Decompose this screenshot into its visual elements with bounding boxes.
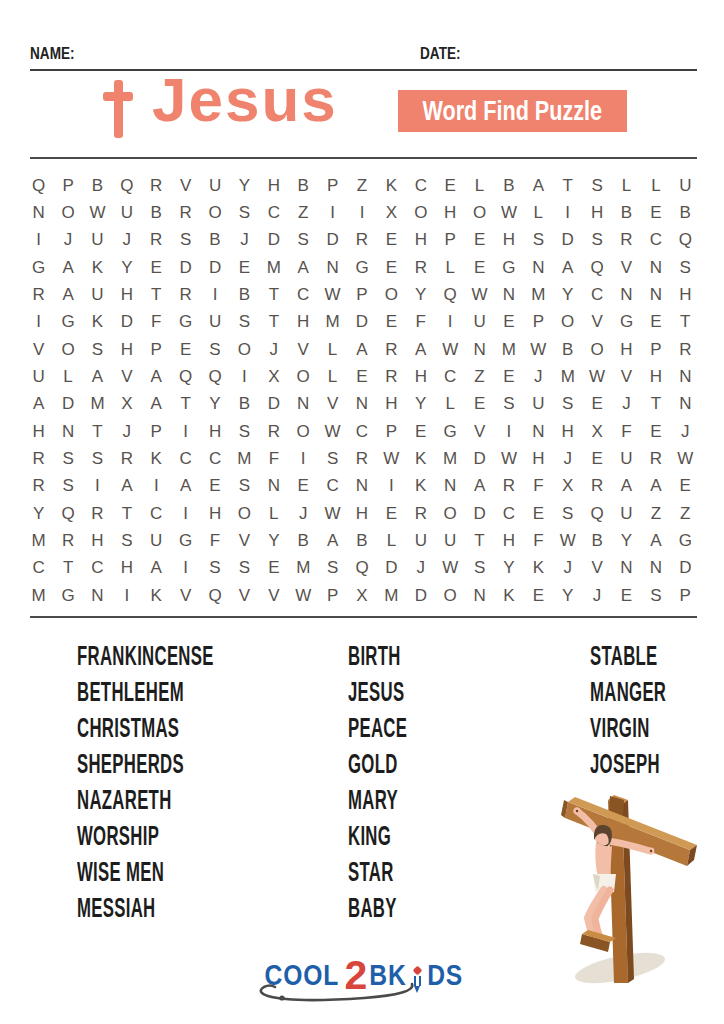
grid-cell[interactable]: G <box>53 309 82 336</box>
grid-cell[interactable]: V <box>289 336 318 363</box>
grid-cell[interactable]: E <box>465 227 494 254</box>
grid-cell[interactable]: J <box>259 336 288 363</box>
grid-cell[interactable]: O <box>465 199 494 226</box>
grid-cell[interactable]: O <box>200 199 229 226</box>
grid-cell[interactable]: B <box>83 172 112 199</box>
grid-cell[interactable]: J <box>612 391 641 418</box>
word-list-item[interactable]: JESUS <box>348 674 444 710</box>
grid-cell[interactable]: B <box>230 281 259 308</box>
grid-cell[interactable]: G <box>612 309 641 336</box>
grid-cell[interactable]: A <box>641 473 670 500</box>
grid-cell[interactable]: P <box>142 336 171 363</box>
grid-cell[interactable]: Q <box>200 582 229 609</box>
grid-cell[interactable]: G <box>24 254 53 281</box>
grid-cell[interactable]: I <box>230 363 259 390</box>
grid-cell[interactable]: B <box>200 227 229 254</box>
grid-cell[interactable]: H <box>582 199 611 226</box>
grid-cell[interactable]: F <box>259 445 288 472</box>
grid-cell[interactable]: V <box>259 582 288 609</box>
grid-cell[interactable]: E <box>347 363 376 390</box>
grid-cell[interactable]: T <box>259 309 288 336</box>
grid-cell[interactable]: U <box>612 500 641 527</box>
grid-cell[interactable]: D <box>53 391 82 418</box>
grid-cell[interactable]: A <box>171 473 200 500</box>
grid-cell[interactable]: O <box>435 500 464 527</box>
grid-cell[interactable]: C <box>641 227 670 254</box>
grid-cell[interactable]: V <box>24 336 53 363</box>
grid-cell[interactable]: R <box>406 254 435 281</box>
grid-cell[interactable]: E <box>377 227 406 254</box>
grid-cell[interactable]: E <box>406 418 435 445</box>
grid-cell[interactable]: Q <box>200 363 229 390</box>
grid-cell[interactable]: N <box>289 391 318 418</box>
grid-cell[interactable]: S <box>83 336 112 363</box>
grid-cell[interactable]: E <box>230 254 259 281</box>
grid-cell[interactable]: S <box>465 555 494 582</box>
grid-cell[interactable]: D <box>259 391 288 418</box>
grid-cell[interactable]: U <box>612 445 641 472</box>
word-list-item[interactable]: MARY <box>348 782 444 818</box>
grid-cell[interactable]: A <box>142 363 171 390</box>
grid-cell[interactable]: D <box>377 555 406 582</box>
grid-cell[interactable]: U <box>112 199 141 226</box>
grid-cell[interactable]: M <box>289 555 318 582</box>
grid-cell[interactable]: E <box>641 309 670 336</box>
grid-cell[interactable]: I <box>347 199 376 226</box>
grid-cell[interactable]: Y <box>406 281 435 308</box>
grid-cell[interactable]: I <box>377 473 406 500</box>
grid-cell[interactable]: R <box>582 473 611 500</box>
grid-cell[interactable]: V <box>171 172 200 199</box>
grid-cell[interactable]: O <box>53 336 82 363</box>
grid-cell[interactable]: U <box>524 391 553 418</box>
grid-cell[interactable]: X <box>347 582 376 609</box>
grid-cell[interactable]: R <box>112 445 141 472</box>
grid-cell[interactable]: E <box>465 391 494 418</box>
grid-cell[interactable]: V <box>582 309 611 336</box>
grid-cell[interactable]: K <box>83 254 112 281</box>
grid-cell[interactable]: N <box>53 418 82 445</box>
grid-cell[interactable]: S <box>230 309 259 336</box>
grid-cell[interactable]: E <box>494 363 523 390</box>
grid-cell[interactable]: R <box>171 199 200 226</box>
grid-cell[interactable]: N <box>641 254 670 281</box>
grid-cell[interactable]: O <box>377 281 406 308</box>
grid-cell[interactable]: H <box>83 527 112 554</box>
grid-cell[interactable]: D <box>406 582 435 609</box>
grid-cell[interactable]: S <box>53 445 82 472</box>
grid-cell[interactable]: I <box>83 473 112 500</box>
grid-cell[interactable]: Q <box>582 254 611 281</box>
grid-cell[interactable]: R <box>406 500 435 527</box>
grid-cell[interactable]: D <box>671 555 700 582</box>
grid-cell[interactable]: R <box>347 445 376 472</box>
grid-cell[interactable]: T <box>259 281 288 308</box>
grid-cell[interactable]: V <box>230 527 259 554</box>
grid-cell[interactable]: W <box>582 363 611 390</box>
grid-cell[interactable]: Z <box>641 500 670 527</box>
grid-cell[interactable]: I <box>24 309 53 336</box>
grid-cell[interactable]: M <box>230 445 259 472</box>
grid-cell[interactable]: S <box>553 391 582 418</box>
word-list-item[interactable]: MANGER <box>590 674 713 710</box>
grid-cell[interactable]: G <box>435 418 464 445</box>
grid-cell[interactable]: H <box>112 281 141 308</box>
grid-cell[interactable]: C <box>24 555 53 582</box>
word-list-item[interactable]: KING <box>348 818 444 854</box>
grid-cell[interactable]: R <box>83 500 112 527</box>
word-list-item[interactable]: VIRGIN <box>590 710 713 746</box>
grid-cell[interactable]: Z <box>465 363 494 390</box>
grid-cell[interactable]: W <box>524 336 553 363</box>
grid-cell[interactable]: N <box>465 582 494 609</box>
grid-cell[interactable]: A <box>289 254 318 281</box>
grid-cell[interactable]: I <box>553 199 582 226</box>
grid-cell[interactable]: H <box>406 227 435 254</box>
grid-cell[interactable]: U <box>465 309 494 336</box>
grid-cell[interactable]: N <box>347 473 376 500</box>
grid-cell[interactable]: G <box>53 582 82 609</box>
grid-cell[interactable]: A <box>83 363 112 390</box>
grid-cell[interactable]: S <box>83 445 112 472</box>
grid-cell[interactable]: R <box>53 527 82 554</box>
grid-cell[interactable]: A <box>524 172 553 199</box>
grid-cell[interactable]: O <box>289 363 318 390</box>
grid-cell[interactable]: E <box>171 336 200 363</box>
grid-cell[interactable]: B <box>494 172 523 199</box>
grid-cell[interactable]: A <box>347 336 376 363</box>
grid-cell[interactable]: T <box>142 281 171 308</box>
word-list-item[interactable]: PEACE <box>348 710 444 746</box>
grid-cell[interactable]: P <box>524 309 553 336</box>
grid-cell[interactable]: Q <box>53 500 82 527</box>
grid-cell[interactable]: V <box>112 363 141 390</box>
grid-cell[interactable]: M <box>24 582 53 609</box>
grid-cell[interactable]: G <box>171 309 200 336</box>
grid-cell[interactable]: O <box>230 500 259 527</box>
grid-cell[interactable]: R <box>171 281 200 308</box>
grid-cell[interactable]: E <box>377 309 406 336</box>
grid-cell[interactable]: F <box>612 418 641 445</box>
grid-cell[interactable]: T <box>671 309 700 336</box>
grid-cell[interactable]: U <box>83 281 112 308</box>
word-list-item[interactable]: STAR <box>348 854 444 890</box>
grid-cell[interactable]: Y <box>612 527 641 554</box>
grid-cell[interactable]: A <box>641 527 670 554</box>
grid-cell[interactable]: B <box>553 336 582 363</box>
grid-cell[interactable]: X <box>112 391 141 418</box>
grid-cell[interactable]: E <box>582 445 611 472</box>
grid-cell[interactable]: I <box>200 281 229 308</box>
grid-cell[interactable]: Y <box>494 555 523 582</box>
grid-cell[interactable]: D <box>465 445 494 472</box>
grid-cell[interactable]: U <box>200 172 229 199</box>
grid-cell[interactable]: I <box>289 445 318 472</box>
grid-cell[interactable]: W <box>377 445 406 472</box>
grid-cell[interactable]: P <box>435 227 464 254</box>
grid-cell[interactable]: R <box>377 336 406 363</box>
grid-cell[interactable]: W <box>435 336 464 363</box>
grid-cell[interactable]: T <box>171 391 200 418</box>
grid-cell[interactable]: X <box>377 199 406 226</box>
grid-cell[interactable]: A <box>612 473 641 500</box>
word-list-item[interactable]: GOLD <box>348 746 444 782</box>
grid-cell[interactable]: X <box>553 473 582 500</box>
grid-cell[interactable]: Q <box>435 281 464 308</box>
grid-cell[interactable]: S <box>230 199 259 226</box>
grid-cell[interactable]: U <box>83 227 112 254</box>
grid-cell[interactable]: V <box>171 582 200 609</box>
grid-cell[interactable]: E <box>377 254 406 281</box>
grid-cell[interactable]: P <box>671 582 700 609</box>
grid-cell[interactable]: S <box>200 555 229 582</box>
grid-cell[interactable]: W <box>494 445 523 472</box>
grid-cell[interactable]: P <box>377 418 406 445</box>
grid-cell[interactable]: Q <box>24 172 53 199</box>
grid-cell[interactable]: U <box>142 527 171 554</box>
grid-cell[interactable]: P <box>142 418 171 445</box>
grid-cell[interactable]: E <box>142 254 171 281</box>
grid-cell[interactable]: W <box>318 500 347 527</box>
grid-cell[interactable]: Q <box>171 363 200 390</box>
grid-cell[interactable]: J <box>671 418 700 445</box>
grid-cell[interactable]: R <box>671 336 700 363</box>
grid-cell[interactable]: J <box>289 500 318 527</box>
grid-cell[interactable]: C <box>259 199 288 226</box>
grid-cell[interactable]: N <box>24 199 53 226</box>
word-list-item[interactable]: CHRISTMAS <box>77 710 298 746</box>
grid-cell[interactable]: K <box>406 473 435 500</box>
grid-cell[interactable]: I <box>171 418 200 445</box>
grid-cell[interactable]: A <box>142 555 171 582</box>
grid-cell[interactable]: M <box>24 527 53 554</box>
grid-cell[interactable]: E <box>524 582 553 609</box>
grid-cell[interactable]: T <box>641 391 670 418</box>
grid-cell[interactable]: H <box>112 336 141 363</box>
grid-cell[interactable]: B <box>289 527 318 554</box>
grid-cell[interactable]: E <box>377 500 406 527</box>
grid-cell[interactable]: Z <box>671 500 700 527</box>
grid-cell[interactable]: E <box>582 391 611 418</box>
grid-cell[interactable]: H <box>24 418 53 445</box>
grid-cell[interactable]: G <box>494 254 523 281</box>
grid-cell[interactable]: T <box>465 527 494 554</box>
grid-cell[interactable]: U <box>671 172 700 199</box>
grid-cell[interactable]: Z <box>289 199 318 226</box>
grid-cell[interactable]: O <box>553 309 582 336</box>
grid-cell[interactable]: V <box>318 391 347 418</box>
grid-cell[interactable]: H <box>641 363 670 390</box>
grid-cell[interactable]: N <box>612 281 641 308</box>
grid-cell[interactable]: S <box>230 418 259 445</box>
grid-cell[interactable]: B <box>347 527 376 554</box>
grid-cell[interactable]: H <box>259 172 288 199</box>
grid-cell[interactable]: N <box>318 254 347 281</box>
grid-cell[interactable]: H <box>200 418 229 445</box>
grid-cell[interactable]: X <box>259 363 288 390</box>
grid-cell[interactable]: D <box>553 227 582 254</box>
grid-cell[interactable]: Q <box>112 172 141 199</box>
grid-cell[interactable]: J <box>53 227 82 254</box>
grid-cell[interactable]: D <box>318 227 347 254</box>
grid-cell[interactable]: L <box>53 363 82 390</box>
grid-cell[interactable]: H <box>347 500 376 527</box>
grid-cell[interactable]: H <box>553 418 582 445</box>
grid-cell[interactable]: G <box>347 254 376 281</box>
grid-cell[interactable]: K <box>524 555 553 582</box>
grid-cell[interactable]: L <box>641 172 670 199</box>
grid-cell[interactable]: S <box>230 555 259 582</box>
grid-cell[interactable]: C <box>582 281 611 308</box>
grid-cell[interactable]: L <box>435 391 464 418</box>
grid-cell[interactable]: N <box>494 281 523 308</box>
grid-cell[interactable]: C <box>435 363 464 390</box>
grid-cell[interactable]: N <box>641 281 670 308</box>
grid-cell[interactable]: I <box>142 473 171 500</box>
grid-cell[interactable]: O <box>230 336 259 363</box>
grid-cell[interactable]: H <box>612 336 641 363</box>
grid-cell[interactable]: R <box>494 473 523 500</box>
grid-cell[interactable]: E <box>641 199 670 226</box>
grid-cell[interactable]: U <box>406 527 435 554</box>
grid-cell[interactable]: C <box>347 418 376 445</box>
word-list-item[interactable]: WISE MEN <box>77 854 298 890</box>
grid-cell[interactable]: Y <box>230 172 259 199</box>
grid-cell[interactable]: W <box>318 281 347 308</box>
grid-cell[interactable]: M <box>83 391 112 418</box>
grid-cell[interactable]: E <box>524 500 553 527</box>
grid-cell[interactable]: L <box>435 254 464 281</box>
word-list-item[interactable]: JOSEPH <box>590 746 713 782</box>
grid-cell[interactable]: A <box>53 281 82 308</box>
grid-cell[interactable]: Q <box>347 555 376 582</box>
grid-cell[interactable]: O <box>435 582 464 609</box>
grid-cell[interactable]: H <box>377 391 406 418</box>
grid-cell[interactable]: R <box>24 281 53 308</box>
grid-cell[interactable]: Z <box>347 172 376 199</box>
grid-cell[interactable]: H <box>289 309 318 336</box>
grid-cell[interactable]: H <box>406 363 435 390</box>
grid-cell[interactable]: G <box>171 527 200 554</box>
grid-cell[interactable]: W <box>83 199 112 226</box>
grid-cell[interactable]: T <box>112 500 141 527</box>
grid-cell[interactable]: U <box>200 309 229 336</box>
grid-cell[interactable]: F <box>524 473 553 500</box>
grid-cell[interactable]: O <box>53 199 82 226</box>
grid-cell[interactable]: L <box>318 336 347 363</box>
grid-cell[interactable]: I <box>171 555 200 582</box>
grid-cell[interactable]: N <box>612 555 641 582</box>
grid-cell[interactable]: W <box>435 555 464 582</box>
grid-cell[interactable]: S <box>582 172 611 199</box>
grid-cell[interactable]: N <box>259 473 288 500</box>
grid-cell[interactable]: C <box>200 445 229 472</box>
word-list-item[interactable]: FRANKINCENSE <box>77 638 298 674</box>
grid-cell[interactable]: S <box>494 391 523 418</box>
grid-cell[interactable]: P <box>318 172 347 199</box>
grid-cell[interactable]: C <box>289 281 318 308</box>
grid-cell[interactable]: J <box>230 227 259 254</box>
grid-cell[interactable]: B <box>671 199 700 226</box>
grid-cell[interactable]: N <box>524 418 553 445</box>
grid-cell[interactable]: K <box>494 582 523 609</box>
grid-cell[interactable]: G <box>671 527 700 554</box>
grid-cell[interactable]: W <box>553 527 582 554</box>
grid-cell[interactable]: R <box>641 445 670 472</box>
grid-cell[interactable]: R <box>24 473 53 500</box>
grid-cell[interactable]: B <box>612 199 641 226</box>
grid-cell[interactable]: Q <box>582 500 611 527</box>
grid-cell[interactable]: P <box>53 172 82 199</box>
grid-cell[interactable]: E <box>435 172 464 199</box>
grid-cell[interactable]: Y <box>406 391 435 418</box>
grid-cell[interactable]: K <box>142 445 171 472</box>
grid-cell[interactable]: T <box>53 555 82 582</box>
grid-cell[interactable]: R <box>377 363 406 390</box>
grid-cell[interactable]: N <box>347 391 376 418</box>
grid-cell[interactable]: P <box>641 336 670 363</box>
grid-cell[interactable]: S <box>171 227 200 254</box>
grid-cell[interactable]: N <box>465 336 494 363</box>
word-list-item[interactable]: BIRTH <box>348 638 444 674</box>
grid-cell[interactable]: L <box>612 172 641 199</box>
grid-cell[interactable]: H <box>671 281 700 308</box>
grid-cell[interactable]: S <box>553 500 582 527</box>
grid-cell[interactable]: R <box>347 227 376 254</box>
grid-cell[interactable]: H <box>200 500 229 527</box>
grid-cell[interactable]: J <box>582 582 611 609</box>
grid-cell[interactable]: E <box>641 418 670 445</box>
grid-cell[interactable]: L <box>524 199 553 226</box>
grid-cell[interactable]: E <box>259 555 288 582</box>
grid-cell[interactable]: C <box>83 555 112 582</box>
grid-cell[interactable]: X <box>582 418 611 445</box>
grid-cell[interactable]: J <box>553 555 582 582</box>
grid-cell[interactable]: S <box>318 555 347 582</box>
grid-cell[interactable]: V <box>612 254 641 281</box>
grid-cell[interactable]: U <box>24 363 53 390</box>
grid-cell[interactable]: W <box>494 199 523 226</box>
grid-cell[interactable]: Y <box>112 254 141 281</box>
grid-cell[interactable]: S <box>641 582 670 609</box>
grid-cell[interactable]: B <box>582 527 611 554</box>
grid-cell[interactable]: M <box>435 445 464 472</box>
grid-cell[interactable]: L <box>259 500 288 527</box>
grid-cell[interactable]: N <box>641 555 670 582</box>
grid-cell[interactable]: T <box>553 172 582 199</box>
grid-cell[interactable]: J <box>112 418 141 445</box>
grid-cell[interactable]: Y <box>553 281 582 308</box>
grid-cell[interactable]: S <box>53 473 82 500</box>
grid-cell[interactable]: E <box>612 582 641 609</box>
grid-cell[interactable]: I <box>435 309 464 336</box>
word-list-item[interactable]: SHEPHERDS <box>77 746 298 782</box>
grid-cell[interactable]: F <box>524 527 553 554</box>
grid-cell[interactable]: E <box>465 254 494 281</box>
grid-cell[interactable]: H <box>524 445 553 472</box>
grid-cell[interactable]: M <box>377 582 406 609</box>
grid-cell[interactable]: N <box>524 254 553 281</box>
grid-cell[interactable]: C <box>494 500 523 527</box>
grid-cell[interactable]: U <box>435 527 464 554</box>
grid-cell[interactable]: W <box>465 281 494 308</box>
grid-cell[interactable]: P <box>347 281 376 308</box>
grid-cell[interactable]: N <box>435 473 464 500</box>
grid-cell[interactable]: J <box>524 363 553 390</box>
grid-cell[interactable]: B <box>230 391 259 418</box>
word-list-item[interactable]: WORSHIP <box>77 818 298 854</box>
grid-cell[interactable]: K <box>83 309 112 336</box>
